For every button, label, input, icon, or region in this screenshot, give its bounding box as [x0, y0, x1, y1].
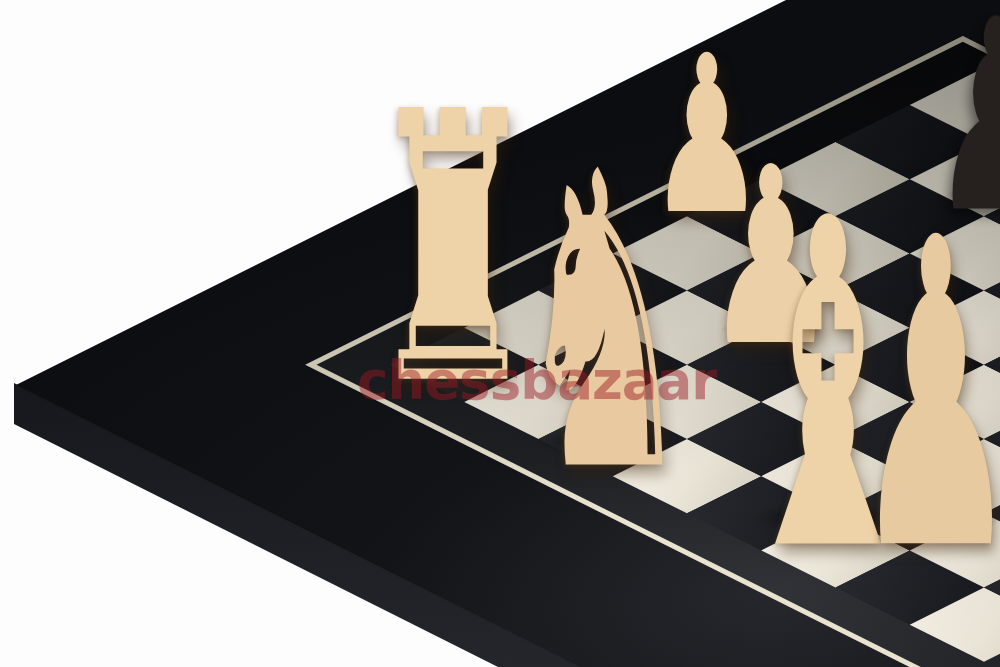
pawn-glyph: ♟ — [852, 184, 1000, 609]
product-photo-scene: ♟♟♟♜♞♝♟ chessbazaar — [0, 0, 1000, 667]
white-pawn-g3[interactable]: ♟ — [745, 184, 1000, 609]
